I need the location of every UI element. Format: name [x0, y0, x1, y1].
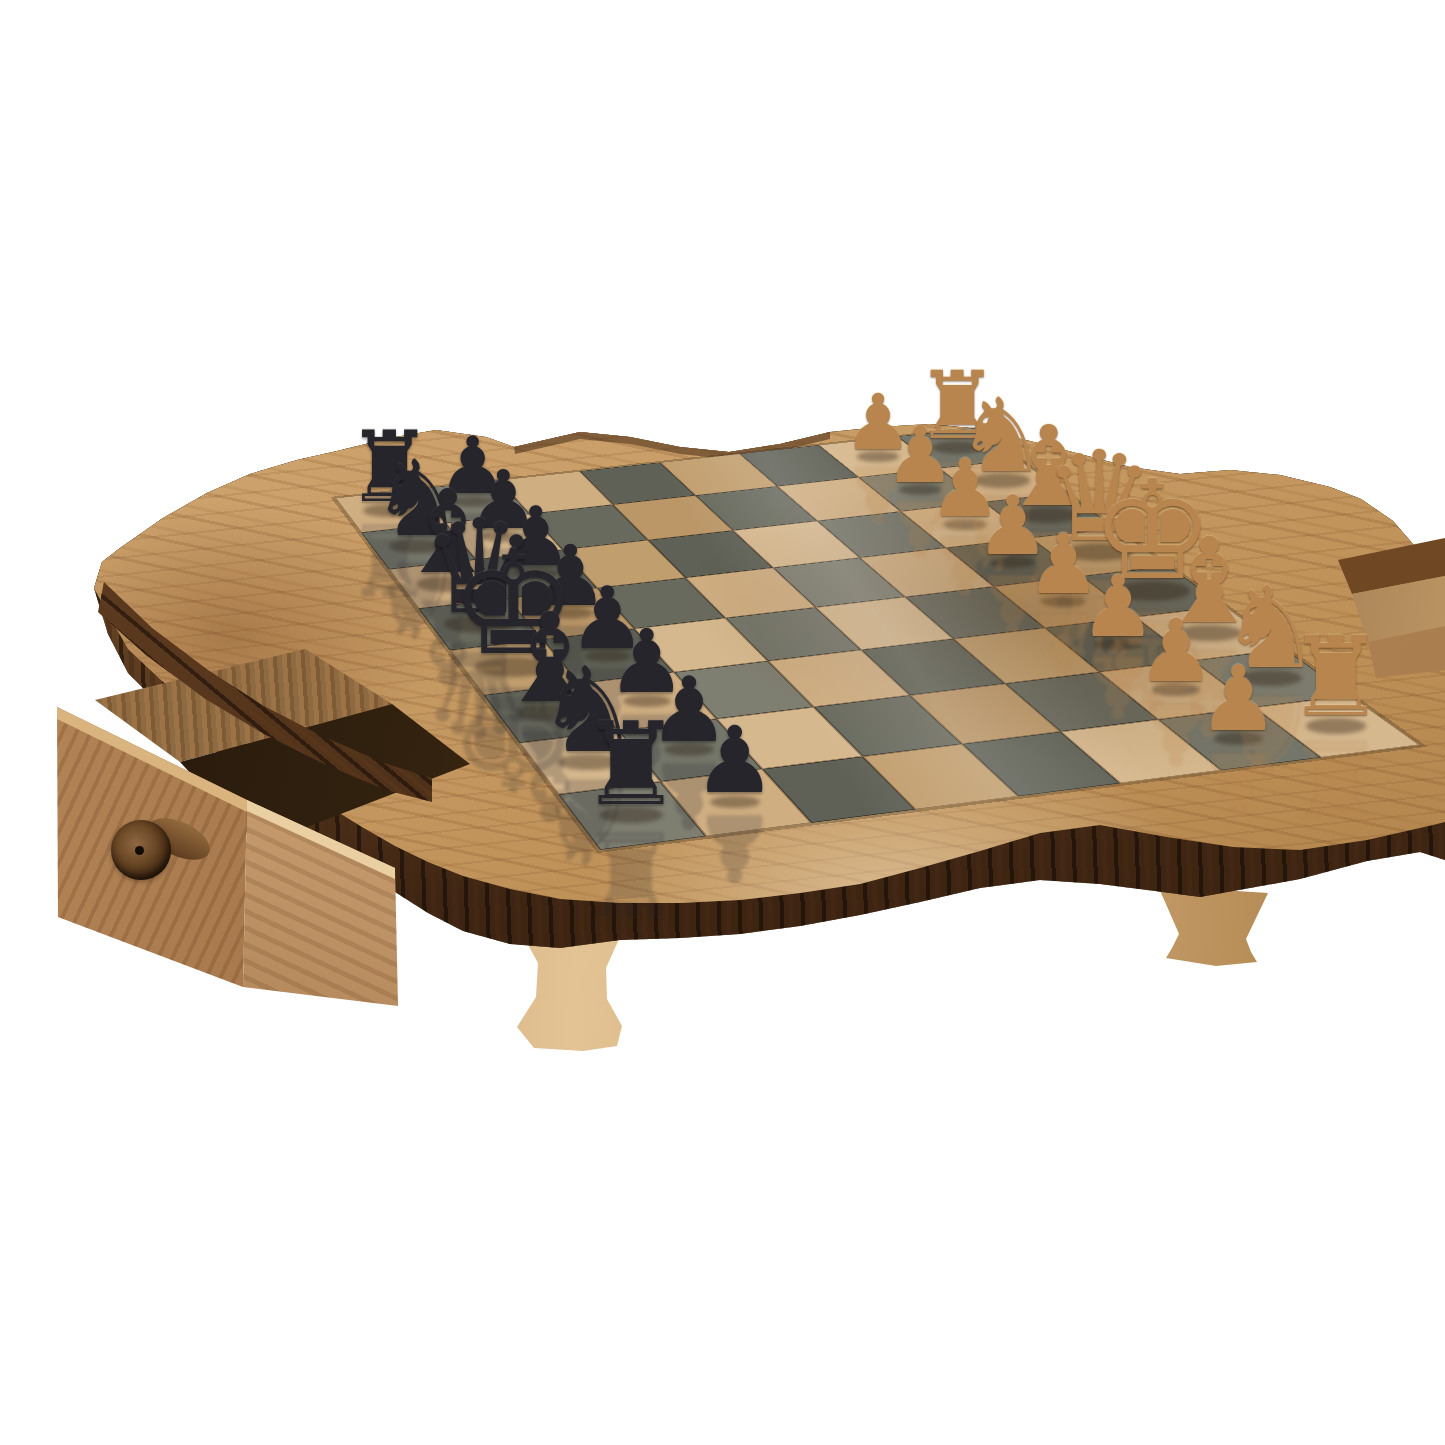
scene: ♜♟♞♟♟♜♝♟♟♞♛♟♟♝♚♟♟♛♝♟♟♚♞♟♟♝♜♟♟♞♟♜ ♜♟♞♟♟♜♝…	[0, 0, 1445, 1445]
left-drawer-knob-center	[135, 846, 144, 855]
